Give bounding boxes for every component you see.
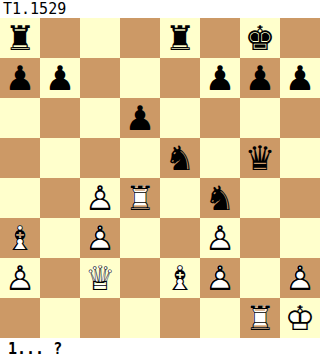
square-b1[interactable]	[40, 298, 80, 338]
piece-fill-layer: ♞	[200, 178, 240, 218]
piece-fill-layer: ♟	[40, 58, 80, 98]
square-c7[interactable]	[80, 58, 120, 98]
square-a6[interactable]	[0, 98, 40, 138]
square-c2[interactable]: ♛♕	[80, 258, 120, 298]
piece-fill-layer: ♟	[240, 58, 280, 98]
square-c3[interactable]: ♟♙	[80, 218, 120, 258]
square-e2[interactable]: ♝♗	[160, 258, 200, 298]
white-rook[interactable]: ♜♖	[120, 178, 160, 218]
puzzle-id: T1.1529	[0, 0, 320, 18]
square-b5[interactable]	[40, 138, 80, 178]
black-king[interactable]: ♚	[240, 18, 280, 58]
square-a4[interactable]	[0, 178, 40, 218]
chess-board: ♜♜♚♟♟♟♟♟♟♞♛♟♙♜♖♞♝♗♟♙♟♙♟♙♛♕♝♗♟♙♟♙♜♖♚♔	[0, 18, 320, 338]
piece-outline-layer: ♖	[240, 298, 280, 338]
square-a8[interactable]: ♜	[0, 18, 40, 58]
white-queen[interactable]: ♛♕	[80, 258, 120, 298]
square-a1[interactable]	[0, 298, 40, 338]
square-e8[interactable]: ♜	[160, 18, 200, 58]
black-queen[interactable]: ♛	[240, 138, 280, 178]
square-f7[interactable]: ♟	[200, 58, 240, 98]
square-f8[interactable]	[200, 18, 240, 58]
black-pawn[interactable]: ♟	[240, 58, 280, 98]
white-pawn[interactable]: ♟♙	[80, 178, 120, 218]
square-d4[interactable]: ♜♖	[120, 178, 160, 218]
black-knight[interactable]: ♞	[160, 138, 200, 178]
square-e5[interactable]: ♞	[160, 138, 200, 178]
square-d1[interactable]	[120, 298, 160, 338]
piece-fill-layer: ♟	[280, 58, 320, 98]
piece-outline-layer: ♗	[0, 218, 40, 258]
black-knight[interactable]: ♞	[200, 178, 240, 218]
piece-outline-layer: ♙	[0, 258, 40, 298]
piece-fill-layer: ♜	[0, 18, 40, 58]
piece-fill-layer: ♚	[240, 18, 280, 58]
white-bishop[interactable]: ♝♗	[0, 218, 40, 258]
square-h7[interactable]: ♟	[280, 58, 320, 98]
square-g1[interactable]: ♜♖	[240, 298, 280, 338]
piece-outline-layer: ♙	[80, 178, 120, 218]
black-pawn[interactable]: ♟	[200, 58, 240, 98]
square-h4[interactable]	[280, 178, 320, 218]
piece-outline-layer: ♖	[120, 178, 160, 218]
square-b6[interactable]	[40, 98, 80, 138]
black-rook[interactable]: ♜	[0, 18, 40, 58]
square-h3[interactable]	[280, 218, 320, 258]
square-g5[interactable]: ♛	[240, 138, 280, 178]
square-f2[interactable]: ♟♙	[200, 258, 240, 298]
square-g7[interactable]: ♟	[240, 58, 280, 98]
piece-fill-layer: ♞	[160, 138, 200, 178]
white-pawn[interactable]: ♟♙	[0, 258, 40, 298]
square-g2[interactable]	[240, 258, 280, 298]
square-b8[interactable]	[40, 18, 80, 58]
black-pawn[interactable]: ♟	[280, 58, 320, 98]
square-c6[interactable]	[80, 98, 120, 138]
square-a5[interactable]	[0, 138, 40, 178]
piece-outline-layer: ♙	[280, 258, 320, 298]
square-h6[interactable]	[280, 98, 320, 138]
white-pawn[interactable]: ♟♙	[200, 218, 240, 258]
square-h1[interactable]: ♚♔	[280, 298, 320, 338]
square-d2[interactable]	[120, 258, 160, 298]
square-f3[interactable]: ♟♙	[200, 218, 240, 258]
piece-fill-layer: ♟	[200, 58, 240, 98]
piece-outline-layer: ♕	[80, 258, 120, 298]
white-pawn[interactable]: ♟♙	[80, 218, 120, 258]
square-b4[interactable]	[40, 178, 80, 218]
square-d5[interactable]	[120, 138, 160, 178]
square-f5[interactable]	[200, 138, 240, 178]
square-h8[interactable]	[280, 18, 320, 58]
black-pawn[interactable]: ♟	[120, 98, 160, 138]
square-c8[interactable]	[80, 18, 120, 58]
piece-fill-layer: ♟	[0, 58, 40, 98]
move-prompt: 1... ?	[0, 338, 320, 360]
white-rook[interactable]: ♜♖	[240, 298, 280, 338]
square-b3[interactable]	[40, 218, 80, 258]
piece-fill-layer: ♟	[120, 98, 160, 138]
square-e7[interactable]	[160, 58, 200, 98]
piece-outline-layer: ♙	[200, 258, 240, 298]
square-e3[interactable]	[160, 218, 200, 258]
piece-outline-layer: ♗	[160, 258, 200, 298]
square-b2[interactable]	[40, 258, 80, 298]
square-d8[interactable]	[120, 18, 160, 58]
square-c1[interactable]	[80, 298, 120, 338]
square-a3[interactable]: ♝♗	[0, 218, 40, 258]
square-b7[interactable]: ♟	[40, 58, 80, 98]
piece-outline-layer: ♔	[280, 298, 320, 338]
square-g6[interactable]	[240, 98, 280, 138]
square-d6[interactable]: ♟	[120, 98, 160, 138]
black-rook[interactable]: ♜	[160, 18, 200, 58]
square-f6[interactable]	[200, 98, 240, 138]
square-g4[interactable]	[240, 178, 280, 218]
square-a2[interactable]: ♟♙	[0, 258, 40, 298]
square-a7[interactable]: ♟	[0, 58, 40, 98]
black-pawn[interactable]: ♟	[0, 58, 40, 98]
piece-fill-layer: ♜	[160, 18, 200, 58]
square-e6[interactable]	[160, 98, 200, 138]
square-f4[interactable]: ♞	[200, 178, 240, 218]
white-bishop[interactable]: ♝♗	[160, 258, 200, 298]
square-h2[interactable]: ♟♙	[280, 258, 320, 298]
square-g3[interactable]	[240, 218, 280, 258]
square-e1[interactable]	[160, 298, 200, 338]
square-d3[interactable]	[120, 218, 160, 258]
white-pawn[interactable]: ♟♙	[200, 258, 240, 298]
piece-outline-layer: ♙	[80, 218, 120, 258]
piece-outline-layer: ♙	[200, 218, 240, 258]
square-f1[interactable]	[200, 298, 240, 338]
white-king[interactable]: ♚♔	[280, 298, 320, 338]
square-e4[interactable]	[160, 178, 200, 218]
square-g8[interactable]: ♚	[240, 18, 280, 58]
square-c4[interactable]: ♟♙	[80, 178, 120, 218]
piece-fill-layer: ♛	[240, 138, 280, 178]
white-pawn[interactable]: ♟♙	[280, 258, 320, 298]
chess-puzzle-window: T1.1529 ♜♜♚♟♟♟♟♟♟♞♛♟♙♜♖♞♝♗♟♙♟♙♟♙♛♕♝♗♟♙♟♙…	[0, 0, 320, 360]
square-h5[interactable]	[280, 138, 320, 178]
square-c5[interactable]	[80, 138, 120, 178]
black-pawn[interactable]: ♟	[40, 58, 80, 98]
square-d7[interactable]	[120, 58, 160, 98]
